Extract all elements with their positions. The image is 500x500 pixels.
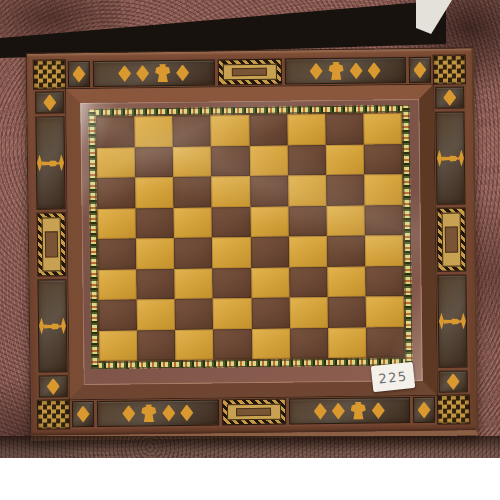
squares-grid (95, 112, 405, 362)
inlay-panel-small (413, 397, 435, 423)
square-b8 (135, 116, 173, 147)
inlay-panel-long (93, 59, 215, 86)
square-f5 (288, 206, 326, 237)
inlay-band-top (66, 55, 433, 89)
square-b7 (135, 146, 173, 177)
square-e3 (251, 267, 289, 298)
square-g7 (326, 144, 364, 175)
striped-panel-core (42, 217, 62, 271)
board-center (66, 85, 437, 399)
square-f1 (290, 328, 328, 359)
square-f8 (287, 114, 325, 145)
diamond-inlay-icon (350, 62, 363, 79)
inlay-panel-small (439, 370, 468, 392)
square-c5 (174, 207, 212, 238)
striped-panel-core (442, 212, 462, 266)
diamond-inlay-icon (122, 405, 135, 422)
square-d6 (212, 176, 250, 207)
diamond-inlay-icon (461, 312, 466, 329)
urn-inlay-icon (443, 318, 461, 325)
inlay-panel-long (35, 116, 65, 209)
urn-inlay-icon (43, 322, 61, 329)
square-b4 (136, 238, 174, 269)
inner-moulding-frame (66, 85, 437, 399)
square-f3 (289, 267, 327, 298)
inlay-panel-small (39, 375, 68, 397)
urn-inlay-icon (140, 404, 157, 422)
inlay-band-bottom (70, 395, 437, 429)
inlay-panel-long (37, 279, 67, 372)
inlay-panel-long (437, 274, 467, 367)
square-b2 (137, 299, 175, 330)
square-d1 (213, 329, 251, 360)
square-f2 (289, 297, 327, 328)
square-d8 (211, 115, 249, 146)
diamond-inlay-icon (176, 64, 189, 81)
square-h6 (364, 174, 402, 205)
auction-photo: 225 (0, 0, 500, 458)
photo-corner-gap (416, 0, 452, 34)
diamond-inlay-icon (136, 65, 149, 82)
diamond-inlay-icon (417, 401, 430, 418)
urn-inlay-icon (441, 155, 459, 162)
diamond-inlay-icon (162, 404, 175, 421)
square-a6 (97, 177, 135, 208)
inlay-panel-small (409, 57, 431, 83)
square-d3 (213, 268, 251, 299)
square-d5 (212, 207, 250, 238)
square-a2 (99, 299, 137, 330)
striped-inlay-panel (37, 212, 67, 276)
urn-inlay-icon (154, 64, 171, 82)
square-e5 (250, 206, 288, 237)
striped-inlay-panel (217, 59, 281, 86)
square-g3 (327, 266, 365, 297)
striped-panel-core (222, 64, 276, 81)
square-a5 (98, 208, 136, 239)
square-e6 (250, 176, 288, 207)
square-c1 (175, 329, 213, 360)
square-g6 (326, 175, 364, 206)
square-c6 (173, 176, 211, 207)
square-g5 (326, 205, 364, 236)
square-f6 (288, 175, 326, 206)
inlay-panel-long (288, 397, 410, 424)
square-h8 (363, 113, 401, 144)
diamond-inlay-icon (118, 65, 131, 82)
square-c4 (174, 237, 212, 268)
diamond-inlay-icon (72, 66, 85, 83)
square-h2 (366, 296, 404, 327)
diamond-inlay-icon (59, 154, 64, 171)
glass-cover (80, 99, 422, 385)
square-h3 (365, 266, 403, 297)
square-g2 (327, 297, 365, 328)
diamond-inlay-icon (459, 149, 464, 166)
checker-inlay-corner-tr (433, 54, 466, 84)
square-a1 (99, 330, 137, 361)
inlay-panel-small (435, 86, 464, 108)
square-h4 (365, 235, 403, 266)
square-e4 (250, 237, 288, 268)
inlay-panel-long (435, 111, 465, 204)
diamond-inlay-icon (314, 403, 327, 420)
urn-inlay-icon (350, 402, 367, 420)
square-f4 (289, 236, 327, 267)
inlay-panel-small (35, 91, 64, 113)
lot-sticker: 225 (371, 362, 415, 392)
diamond-inlay-icon (447, 373, 460, 390)
square-a4 (98, 238, 136, 269)
screenshot: 225 (0, 0, 500, 500)
square-a7 (97, 147, 135, 178)
playing-surface (88, 105, 412, 369)
urn-inlay-icon (41, 159, 59, 166)
square-g8 (325, 114, 363, 145)
diamond-inlay-icon (61, 317, 66, 334)
square-b3 (136, 268, 174, 299)
inlay-band-left (33, 89, 70, 399)
diamond-inlay-icon (443, 89, 456, 106)
square-d4 (212, 237, 250, 268)
checker-inlay-corner-br (437, 394, 470, 424)
checker-inlay-corner-tl (33, 59, 66, 89)
square-e1 (252, 328, 290, 359)
square-b1 (137, 329, 175, 360)
striped-inlay-panel (221, 399, 285, 426)
square-g4 (327, 236, 365, 267)
square-e7 (249, 145, 287, 176)
diamond-inlay-icon (413, 61, 426, 78)
square-a3 (98, 269, 136, 300)
diamond-inlay-icon (310, 63, 323, 80)
square-d7 (211, 146, 249, 177)
lot-number: 225 (378, 368, 409, 386)
striped-inlay-panel (437, 207, 467, 271)
diamond-inlay-icon (180, 404, 193, 421)
square-c8 (173, 115, 211, 146)
square-f7 (287, 145, 325, 176)
square-b6 (135, 177, 173, 208)
square-h7 (364, 144, 402, 175)
inlay-panel-long (97, 399, 219, 426)
inlay-panel-small (68, 61, 90, 87)
diamond-inlay-icon (43, 94, 56, 111)
square-a8 (96, 116, 134, 147)
diamond-inlay-icon (47, 378, 60, 395)
checker-inlay-corner-bl (37, 399, 70, 429)
square-e8 (249, 115, 287, 146)
urn-inlay-icon (328, 62, 345, 80)
striped-panel-core (226, 404, 280, 421)
square-h5 (364, 205, 402, 236)
inlay-band-right (433, 84, 470, 394)
square-h1 (366, 327, 404, 358)
inlay-panel-small (72, 401, 94, 427)
square-c3 (175, 268, 213, 299)
inlay-panel-long (284, 57, 406, 84)
square-c7 (173, 146, 211, 177)
diamond-inlay-icon (76, 405, 89, 422)
board-floor-shadow (0, 436, 500, 458)
square-e2 (251, 298, 289, 329)
diamond-inlay-icon (372, 402, 385, 419)
square-b5 (136, 207, 174, 238)
square-g1 (328, 327, 366, 358)
page-bottom-margin (0, 458, 500, 500)
square-d2 (213, 298, 251, 329)
square-c2 (175, 298, 213, 329)
diamond-inlay-icon (368, 62, 381, 79)
diamond-inlay-icon (332, 402, 345, 419)
